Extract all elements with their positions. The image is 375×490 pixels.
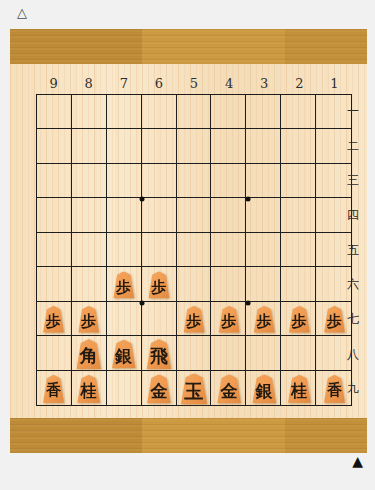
shogi-app: △ 987654321 一二三四五六七八九 歩歩歩歩歩歩歩歩歩角銀飛香桂金玉金銀…: [0, 0, 375, 490]
koma-kanji: 飛: [150, 347, 168, 365]
piece-pawn-87[interactable]: 歩: [77, 306, 100, 333]
star-point: [140, 197, 145, 202]
piece-silver-39[interactable]: 銀: [251, 374, 277, 403]
square-79[interactable]: [107, 371, 142, 405]
koma-body: 香: [42, 375, 65, 403]
koma-kanji: 桂: [81, 383, 97, 399]
koma-body: 桂: [287, 375, 312, 403]
koma-body: 飛: [145, 339, 172, 369]
koma-kanji: 歩: [46, 314, 61, 329]
square-83[interactable]: [72, 164, 107, 198]
square-86[interactable]: [72, 267, 107, 301]
square-61[interactable]: [142, 95, 177, 129]
square-74[interactable]: [107, 198, 142, 232]
koma-body: 歩: [147, 271, 170, 298]
piece-pawn-27[interactable]: 歩: [288, 306, 311, 333]
square-41[interactable]: [211, 95, 246, 129]
square-67[interactable]: [142, 302, 177, 336]
square-95[interactable]: [37, 233, 72, 267]
koma-kanji: 歩: [292, 314, 307, 329]
koma-body: 銀: [251, 374, 277, 403]
square-23[interactable]: [281, 164, 316, 198]
koma-body: 銀: [111, 340, 137, 369]
piece-rook-68[interactable]: 飛: [145, 339, 172, 369]
board-bottom-rail: [10, 418, 367, 453]
square-36[interactable]: [246, 267, 281, 301]
square-22[interactable]: [281, 129, 316, 163]
square-45[interactable]: [211, 233, 246, 267]
file-label-4: 4: [212, 76, 247, 92]
square-71[interactable]: [107, 95, 142, 129]
koma-body: 角: [75, 339, 102, 369]
board-top-rail: [10, 29, 367, 64]
star-point: [245, 301, 250, 306]
square-46[interactable]: [211, 267, 246, 301]
rank-label-7: 七: [344, 302, 362, 337]
file-label-8: 8: [71, 76, 106, 92]
star-point: [245, 197, 250, 202]
square-75[interactable]: [107, 233, 142, 267]
koma-body: 歩: [288, 306, 311, 333]
rank-label-4: 四: [344, 198, 362, 233]
koma-kanji: 香: [327, 383, 342, 398]
file-label-6: 6: [141, 76, 176, 92]
rank-label-3: 三: [344, 163, 362, 198]
piece-gold-49[interactable]: 金: [216, 374, 242, 403]
square-32[interactable]: [246, 129, 281, 163]
koma-body: 香: [323, 375, 346, 403]
file-label-9: 9: [36, 76, 71, 92]
square-44[interactable]: [211, 198, 246, 232]
square-65[interactable]: [142, 233, 177, 267]
square-62[interactable]: [142, 129, 177, 163]
koma-body: 金: [146, 374, 172, 403]
square-43[interactable]: [211, 164, 246, 198]
square-84[interactable]: [72, 198, 107, 232]
koma-body: 歩: [77, 306, 100, 333]
koma-kanji: 歩: [222, 314, 237, 329]
rank-label-6: 六: [344, 267, 362, 302]
file-label-2: 2: [282, 76, 317, 92]
koma-body: 歩: [323, 306, 346, 333]
file-label-3: 3: [247, 76, 282, 92]
koma-body: 歩: [112, 271, 135, 298]
square-77[interactable]: [107, 302, 142, 336]
koma-kanji: 香: [46, 383, 61, 398]
koma-kanji: 金: [221, 382, 238, 399]
square-53[interactable]: [177, 164, 212, 198]
koma-kanji: 桂: [291, 383, 307, 399]
square-25[interactable]: [281, 233, 316, 267]
file-label-7: 7: [106, 76, 141, 92]
piece-pawn-37[interactable]: 歩: [253, 306, 276, 333]
file-label-5: 5: [176, 76, 211, 92]
rank-label-9: 九: [344, 371, 362, 406]
koma-kanji: 角: [80, 347, 98, 365]
square-64[interactable]: [142, 198, 177, 232]
piece-knight-29[interactable]: 桂: [287, 375, 312, 403]
square-28[interactable]: [281, 336, 316, 370]
file-labels: 987654321: [36, 76, 352, 92]
piece-pawn-97[interactable]: 歩: [42, 306, 65, 333]
square-82[interactable]: [72, 129, 107, 163]
koma-kanji: 歩: [81, 314, 96, 329]
piece-gold-69[interactable]: 金: [146, 374, 172, 403]
square-38[interactable]: [246, 336, 281, 370]
square-35[interactable]: [246, 233, 281, 267]
koma-kanji: 金: [150, 382, 167, 399]
square-21[interactable]: [281, 95, 316, 129]
sente-hand-indicator: ▲: [352, 454, 363, 468]
rank-labels: 一二三四五六七八九: [344, 94, 362, 406]
koma-body: 桂: [76, 375, 101, 403]
square-48[interactable]: [211, 336, 246, 370]
square-73[interactable]: [107, 164, 142, 198]
gote-hand-indicator: △: [17, 6, 27, 19]
square-92[interactable]: [37, 129, 72, 163]
koma-kanji: 銀: [115, 348, 132, 365]
piece-knight-89[interactable]: 桂: [76, 375, 101, 403]
rank-label-5: 五: [344, 233, 362, 268]
koma-body: 金: [216, 374, 242, 403]
piece-lance-99[interactable]: 香: [42, 375, 65, 403]
piece-pawn-47[interactable]: 歩: [218, 306, 241, 333]
koma-body: 歩: [218, 306, 241, 333]
piece-king-59[interactable]: 玉: [180, 373, 209, 404]
shogi-board: 987654321 一二三四五六七八九 歩歩歩歩歩歩歩歩歩角銀飛香桂金玉金銀桂香: [10, 29, 367, 453]
square-94[interactable]: [37, 198, 72, 232]
square-63[interactable]: [142, 164, 177, 198]
square-24[interactable]: [281, 198, 316, 232]
koma-kanji: 歩: [151, 279, 166, 294]
piece-pawn-57[interactable]: 歩: [183, 306, 206, 333]
square-52[interactable]: [177, 129, 212, 163]
square-56[interactable]: [177, 267, 212, 301]
piece-pawn-76[interactable]: 歩: [112, 271, 135, 298]
koma-kanji: 銀: [256, 382, 273, 399]
square-72[interactable]: [107, 129, 142, 163]
koma-kanji: 玉: [185, 381, 204, 400]
rank-label-1: 一: [344, 94, 362, 129]
koma-body: 歩: [183, 306, 206, 333]
square-98[interactable]: [37, 336, 72, 370]
piece-bishop-88[interactable]: 角: [75, 339, 102, 369]
square-26[interactable]: [281, 267, 316, 301]
file-label-1: 1: [317, 76, 352, 92]
koma-body: 玉: [180, 373, 209, 404]
square-96[interactable]: [37, 267, 72, 301]
square-33[interactable]: [246, 164, 281, 198]
square-31[interactable]: [246, 95, 281, 129]
square-91[interactable]: [37, 95, 72, 129]
star-point: [140, 301, 145, 306]
piece-pawn-17[interactable]: 歩: [323, 306, 346, 333]
board-playfield: 987654321 一二三四五六七八九 歩歩歩歩歩歩歩歩歩角銀飛香桂金玉金銀桂香: [10, 64, 367, 418]
square-55[interactable]: [177, 233, 212, 267]
square-54[interactable]: [177, 198, 212, 232]
square-93[interactable]: [37, 164, 72, 198]
koma-body: 歩: [42, 306, 65, 333]
koma-kanji: 歩: [187, 314, 202, 329]
piece-pawn-66[interactable]: 歩: [147, 271, 170, 298]
rank-label-8: 八: [344, 337, 362, 372]
koma-kanji: 歩: [327, 314, 342, 329]
square-85[interactable]: [72, 233, 107, 267]
square-42[interactable]: [211, 129, 246, 163]
square-51[interactable]: [177, 95, 212, 129]
koma-kanji: 歩: [116, 279, 131, 294]
rank-label-2: 二: [344, 129, 362, 164]
piece-silver-78[interactable]: 銀: [111, 340, 137, 369]
koma-kanji: 歩: [257, 314, 272, 329]
square-58[interactable]: [177, 336, 212, 370]
square-34[interactable]: [246, 198, 281, 232]
square-81[interactable]: [72, 95, 107, 129]
koma-body: 歩: [253, 306, 276, 333]
piece-lance-19[interactable]: 香: [323, 375, 346, 403]
